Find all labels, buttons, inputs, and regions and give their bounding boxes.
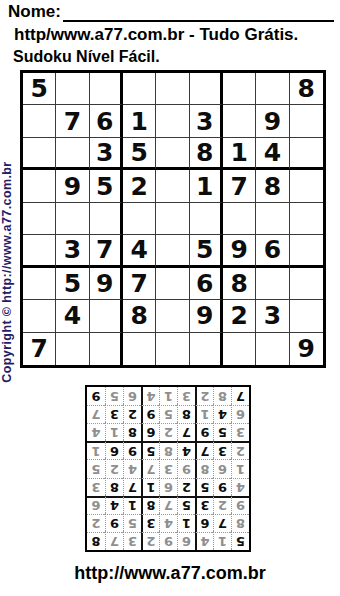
- sudoku-cell-r9c7[interactable]: [223, 333, 256, 365]
- solution-cell-r5c2: 6: [213, 459, 231, 477]
- solution-cell-r6c5: 8: [159, 441, 177, 459]
- solution-cell-r1c1: 5: [231, 532, 249, 550]
- solution-cell-r8c3: 1: [195, 405, 213, 423]
- solution-cell-r3c8: 4: [105, 496, 123, 514]
- solution-cell-r9c6: 4: [141, 387, 159, 405]
- sudoku-cell-r3c6[interactable]: 8: [190, 138, 223, 170]
- sudoku-cell-r9c1[interactable]: 7: [23, 333, 56, 365]
- sudoku-cell-r1c8[interactable]: [256, 73, 289, 105]
- sudoku-cell-r3c7[interactable]: 1: [223, 138, 256, 170]
- name-underline: [63, 2, 334, 22]
- sudoku-cell-r7c2[interactable]: 5: [56, 268, 89, 300]
- sudoku-cell-r1c3[interactable]: [90, 73, 123, 105]
- name-row: Nome:: [8, 2, 334, 22]
- sudoku-cell-r5c3[interactable]: [90, 203, 123, 235]
- sudoku-cell-r1c2[interactable]: [56, 73, 89, 105]
- sudoku-cell-r5c7[interactable]: [223, 203, 256, 235]
- sudoku-cell-r6c7[interactable]: 9: [223, 235, 256, 267]
- sudoku-cell-r1c7[interactable]: [223, 73, 256, 105]
- sudoku-cell-r9c9[interactable]: 9: [290, 333, 323, 365]
- sudoku-cell-r7c6[interactable]: 6: [190, 268, 223, 300]
- sudoku-cell-r6c3[interactable]: 7: [90, 235, 123, 267]
- sudoku-cell-r3c1[interactable]: [23, 138, 56, 170]
- solution-cell-r3c5: 7: [159, 496, 177, 514]
- solution-cell-r8c1: 6: [231, 405, 249, 423]
- sudoku-cell-r4c8[interactable]: 8: [256, 170, 289, 202]
- solution-cell-r7c6: 6: [141, 423, 159, 441]
- sudoku-cell-r3c4[interactable]: 5: [123, 138, 156, 170]
- sudoku-solution-grid-rotated: 5146923788761435929235781464952617831689…: [85, 385, 251, 552]
- solution-cell-r5c4: 9: [177, 459, 195, 477]
- solution-cell-r9c4: 3: [177, 387, 195, 405]
- sudoku-cell-r5c2[interactable]: [56, 203, 89, 235]
- solution-cell-r5c1: 1: [231, 459, 249, 477]
- solution-cell-r5c6: 7: [141, 459, 159, 477]
- sudoku-cell-r4c9[interactable]: [290, 170, 323, 202]
- sudoku-cell-r2c2[interactable]: 7: [56, 105, 89, 137]
- sudoku-cell-r7c9[interactable]: [290, 268, 323, 300]
- solution-cell-r1c4: 6: [177, 532, 195, 550]
- solution-cell-r7c8: 1: [105, 423, 123, 441]
- solution-cell-r1c6: 2: [141, 532, 159, 550]
- solution-cell-r9c9: 9: [87, 387, 105, 405]
- sudoku-cell-r2c6[interactable]: 3: [190, 105, 223, 137]
- sudoku-cell-r4c1[interactable]: [23, 170, 56, 202]
- solution-cell-r1c3: 4: [195, 532, 213, 550]
- solution-cell-r4c8: 8: [105, 478, 123, 496]
- sudoku-cell-r2c3[interactable]: 6: [90, 105, 123, 137]
- solution-cell-r3c2: 2: [213, 496, 231, 514]
- footer-url: http://www.a77.com.br: [0, 563, 340, 584]
- sudoku-cell-r2c9[interactable]: [290, 105, 323, 137]
- name-label: Nome:: [8, 2, 61, 22]
- solution-cell-r8c8: 3: [105, 405, 123, 423]
- sudoku-cell-r4c6[interactable]: 1: [190, 170, 223, 202]
- sudoku-cell-r9c5[interactable]: [156, 333, 189, 365]
- solution-cell-r7c9: 4: [87, 423, 105, 441]
- printable-sudoku-page: Nome: http/www.a77.com.br - Tudo Grátis.…: [0, 0, 340, 596]
- solution-cell-r7c4: 7: [177, 423, 195, 441]
- solution-cell-r2c8: 9: [105, 514, 123, 532]
- solution-cell-r2c6: 3: [141, 514, 159, 532]
- sudoku-cell-r1c5[interactable]: [156, 73, 189, 105]
- solution-cell-r9c3: 2: [195, 387, 213, 405]
- sudoku-cell-r3c5[interactable]: [156, 138, 189, 170]
- sudoku-cell-r6c6[interactable]: 5: [190, 235, 223, 267]
- sudoku-cell-r5c1[interactable]: [23, 203, 56, 235]
- solution-cell-r8c6: 9: [141, 405, 159, 423]
- solution-cell-r7c2: 5: [213, 423, 231, 441]
- solution-cell-r3c1: 9: [231, 496, 249, 514]
- sudoku-cell-r8c4[interactable]: 8: [123, 300, 156, 332]
- solution-cell-r1c2: 1: [213, 532, 231, 550]
- solution-cell-r7c3: 9: [195, 423, 213, 441]
- solution-cell-r6c7: 9: [123, 441, 141, 459]
- solution-cell-r4c2: 9: [213, 478, 231, 496]
- solution-cell-r6c6: 5: [141, 441, 159, 459]
- solution-cell-r5c9: 5: [87, 459, 105, 477]
- solution-cell-r5c5: 3: [159, 459, 177, 477]
- sudoku-cell-r1c1[interactable]: 5: [23, 73, 56, 105]
- solution-cell-r2c5: 4: [159, 514, 177, 532]
- sudoku-cell-r2c1[interactable]: [23, 105, 56, 137]
- sudoku-cell-r3c3[interactable]: 3: [90, 138, 123, 170]
- sudoku-cell-r9c8[interactable]: [256, 333, 289, 365]
- solution-cell-r1c7: 3: [123, 532, 141, 550]
- sudoku-cell-r4c5[interactable]: [156, 170, 189, 202]
- solution-cell-r7c7: 8: [123, 423, 141, 441]
- solution-cell-r3c9: 6: [87, 496, 105, 514]
- solution-cell-r2c3: 6: [195, 514, 213, 532]
- sudoku-cell-r6c4[interactable]: 4: [123, 235, 156, 267]
- sudoku-cell-r7c8[interactable]: [256, 268, 289, 300]
- puzzle-level-title: Sudoku Nível Fácil.: [13, 48, 160, 66]
- solution-cell-r2c7: 5: [123, 514, 141, 532]
- solution-cell-r3c3: 3: [195, 496, 213, 514]
- solution-cell-r4c3: 5: [195, 478, 213, 496]
- sudoku-cell-r6c1[interactable]: [23, 235, 56, 267]
- sudoku-puzzle-grid: 587613935814952178374596597684892379: [20, 70, 326, 368]
- solution-cell-r2c4: 1: [177, 514, 195, 532]
- solution-cell-r6c3: 7: [195, 441, 213, 459]
- sudoku-cell-r8c8[interactable]: 3: [256, 300, 289, 332]
- sudoku-cell-r8c9[interactable]: [290, 300, 323, 332]
- sudoku-cell-r8c7[interactable]: 2: [223, 300, 256, 332]
- solution-cell-r5c8: 2: [105, 459, 123, 477]
- solution-cell-r4c5: 6: [159, 478, 177, 496]
- solution-cell-r4c7: 7: [123, 478, 141, 496]
- sudoku-cell-r7c4[interactable]: 7: [123, 268, 156, 300]
- sudoku-cell-r9c6[interactable]: [190, 333, 223, 365]
- solution-cell-r2c9: 2: [87, 514, 105, 532]
- sudoku-cell-r4c4[interactable]: 2: [123, 170, 156, 202]
- sudoku-cell-r7c7[interactable]: 8: [223, 268, 256, 300]
- solution-cell-r9c1: 7: [231, 387, 249, 405]
- solution-cell-r6c2: 3: [213, 441, 231, 459]
- solution-cell-r4c1: 4: [231, 478, 249, 496]
- solution-cell-r1c5: 9: [159, 532, 177, 550]
- sudoku-cell-r4c7[interactable]: 7: [223, 170, 256, 202]
- solution-cell-r8c2: 4: [213, 405, 231, 423]
- solution-cell-r3c7: 1: [123, 496, 141, 514]
- solution-cell-r4c4: 2: [177, 478, 195, 496]
- solution-cell-r9c5: 1: [159, 387, 177, 405]
- sudoku-cell-r9c2[interactable]: [56, 333, 89, 365]
- sudoku-cell-r5c4[interactable]: [123, 203, 156, 235]
- solution-cell-r6c9: 1: [87, 441, 105, 459]
- solution-cell-r8c7: 2: [123, 405, 141, 423]
- sudoku-cell-r5c6[interactable]: [190, 203, 223, 235]
- sudoku-cell-r8c5[interactable]: [156, 300, 189, 332]
- sudoku-cell-r7c5[interactable]: [156, 268, 189, 300]
- sudoku-cell-r1c9[interactable]: 8: [290, 73, 323, 105]
- solution-cell-r1c9: 8: [87, 532, 105, 550]
- sudoku-cell-r3c8[interactable]: 4: [256, 138, 289, 170]
- sudoku-cell-r5c5[interactable]: [156, 203, 189, 235]
- sudoku-cell-r2c4[interactable]: 1: [123, 105, 156, 137]
- solution-cell-r6c1: 2: [231, 441, 249, 459]
- solution-cell-r8c5: 5: [159, 405, 177, 423]
- sudoku-cell-r4c2[interactable]: 9: [56, 170, 89, 202]
- solution-cell-r6c8: 6: [105, 441, 123, 459]
- sudoku-cell-r7c3[interactable]: 9: [90, 268, 123, 300]
- sudoku-cell-r9c3[interactable]: [90, 333, 123, 365]
- solution-cell-r7c5: 2: [159, 423, 177, 441]
- sudoku-cell-r9c4[interactable]: [123, 333, 156, 365]
- sudoku-cell-r8c2[interactable]: 4: [56, 300, 89, 332]
- sudoku-cell-r7c1[interactable]: [23, 268, 56, 300]
- sudoku-cell-r6c2[interactable]: 3: [56, 235, 89, 267]
- solution-cell-r5c3: 8: [195, 459, 213, 477]
- sudoku-cell-r2c5[interactable]: [156, 105, 189, 137]
- sudoku-cell-r4c3[interactable]: 5: [90, 170, 123, 202]
- sudoku-cell-r3c2[interactable]: [56, 138, 89, 170]
- solution-cell-r3c6: 8: [141, 496, 159, 514]
- sudoku-cell-r2c8[interactable]: 9: [256, 105, 289, 137]
- solution-cell-r3c4: 5: [177, 496, 195, 514]
- copyright-vertical-text: Copyright © http://www.a77.com.br: [0, 82, 16, 462]
- sudoku-cell-r5c9[interactable]: [290, 203, 323, 235]
- site-title: http/www.a77.com.br - Tudo Grátis.: [14, 25, 298, 45]
- solution-cell-r9c8: 5: [105, 387, 123, 405]
- sudoku-cell-r3c9[interactable]: [290, 138, 323, 170]
- solution-cell-r6c4: 4: [177, 441, 195, 459]
- sudoku-cell-r5c8[interactable]: [256, 203, 289, 235]
- solution-cell-r8c4: 8: [177, 405, 195, 423]
- sudoku-cell-r6c9[interactable]: [290, 235, 323, 267]
- solution-cell-r5c7: 4: [123, 459, 141, 477]
- sudoku-cell-r6c5[interactable]: [156, 235, 189, 267]
- solution-cell-r4c9: 3: [87, 478, 105, 496]
- sudoku-cell-r8c3[interactable]: [90, 300, 123, 332]
- sudoku-cell-r8c1[interactable]: [23, 300, 56, 332]
- sudoku-cell-r1c4[interactable]: [123, 73, 156, 105]
- solution-cell-r9c2: 8: [213, 387, 231, 405]
- solution-cell-r8c9: 7: [87, 405, 105, 423]
- solution-cell-r4c6: 1: [141, 478, 159, 496]
- sudoku-cell-r6c8[interactable]: 6: [256, 235, 289, 267]
- sudoku-cell-r1c6[interactable]: [190, 73, 223, 105]
- solution-cell-r9c7: 6: [123, 387, 141, 405]
- sudoku-cell-r8c6[interactable]: 9: [190, 300, 223, 332]
- solution-cell-r2c2: 7: [213, 514, 231, 532]
- solution-cell-r1c8: 7: [105, 532, 123, 550]
- sudoku-cell-r2c7[interactable]: [223, 105, 256, 137]
- solution-cell-r7c1: 3: [231, 423, 249, 441]
- solution-cell-r2c1: 8: [231, 514, 249, 532]
